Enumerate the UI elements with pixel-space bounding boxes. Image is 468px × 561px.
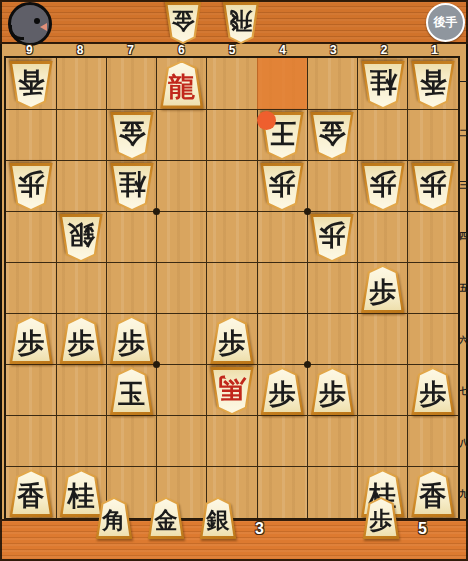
board-square-6七[interactable] xyxy=(157,365,207,416)
board-square-5八[interactable] xyxy=(207,416,257,467)
piece-glyph: 角 xyxy=(103,503,126,532)
gote-hand-bar: 金飛 後手 xyxy=(0,0,468,44)
last-move-origin-highlight xyxy=(257,58,307,109)
piece-歩-gote[interactable]: 歩 xyxy=(310,214,355,262)
promoted-piece-馬-gote[interactable]: 馬 xyxy=(210,367,255,415)
board-square-7四[interactable] xyxy=(106,211,156,262)
board-square-3三[interactable] xyxy=(307,160,357,211)
board-square-2四[interactable] xyxy=(358,211,408,262)
board-square-4四[interactable] xyxy=(257,211,307,262)
board-square-6四[interactable] xyxy=(157,211,207,262)
file-label-3: 3 xyxy=(318,43,348,57)
gote-player-badge: 後手 xyxy=(426,3,465,42)
gote-avatar[interactable] xyxy=(8,2,52,46)
piece-glyph: 歩 xyxy=(319,221,346,255)
piece-glyph: 桂 xyxy=(68,476,95,510)
rank-labels: 一二三四五六七八九 xyxy=(459,56,468,520)
board-square-1四[interactable] xyxy=(408,211,458,262)
piece-glyph: 桂 xyxy=(369,68,396,102)
piece-glyph: 香 xyxy=(419,476,446,510)
rank-label-五: 五 xyxy=(459,283,468,293)
piece-歩-sente[interactable]: 歩 xyxy=(59,316,104,364)
board-square-8二[interactable] xyxy=(56,109,106,160)
board-square-5五[interactable] xyxy=(207,262,257,313)
piece-glyph: 金 xyxy=(118,119,145,153)
file-label-9: 9 xyxy=(14,43,44,57)
board-square-9七[interactable] xyxy=(6,365,56,416)
board-square-6六[interactable] xyxy=(157,314,207,365)
file-label-2: 2 xyxy=(369,43,399,57)
rank-label-八: 八 xyxy=(459,438,468,448)
file-label-7: 7 xyxy=(116,43,146,57)
board-square-8三[interactable] xyxy=(56,160,106,211)
piece-glyph: 歩 xyxy=(369,272,396,306)
piece-glyph: 銀 xyxy=(68,221,95,255)
board-square-1八[interactable] xyxy=(408,416,458,467)
piece-glyph: 飛 xyxy=(230,9,253,38)
board-square-6三[interactable] xyxy=(157,160,207,211)
board-square-3八[interactable] xyxy=(307,416,357,467)
rank-label-九: 九 xyxy=(459,489,468,499)
hand-count-銀: 3 xyxy=(255,520,264,538)
piece-glyph: 歩 xyxy=(18,170,45,204)
file-label-5: 5 xyxy=(217,43,247,57)
piece-glyph: 香 xyxy=(419,68,446,102)
shogi-board: 香龍桂香金王金歩桂歩歩歩銀歩歩歩歩歩歩玉馬歩歩歩香桂桂香 xyxy=(4,56,460,520)
piece-歩-sente[interactable]: 歩 xyxy=(210,316,255,364)
board-square-5四[interactable] xyxy=(207,211,257,262)
gote-avatar-beak xyxy=(40,23,47,31)
piece-glyph: 金 xyxy=(155,503,178,532)
board-square-3五[interactable] xyxy=(307,262,357,313)
rank-label-二: 二 xyxy=(459,128,468,138)
piece-glyph: 歩 xyxy=(370,503,393,532)
board-square-9二[interactable] xyxy=(6,109,56,160)
file-labels: 987654321 xyxy=(4,43,460,57)
board-square-8八[interactable] xyxy=(56,416,106,467)
piece-歩-sente[interactable]: 歩 xyxy=(362,497,400,539)
piece-glyph: 銀 xyxy=(207,503,230,532)
piece-歩-sente[interactable]: 歩 xyxy=(109,316,154,364)
rank-label-一: 一 xyxy=(459,77,468,87)
piece-glyph: 玉 xyxy=(118,374,145,408)
piece-glyph: 龍 xyxy=(168,67,195,101)
piece-角-sente[interactable]: 角 xyxy=(95,497,133,539)
board-square-6二[interactable] xyxy=(157,109,207,160)
board-square-2二[interactable] xyxy=(358,109,408,160)
board-square-3一[interactable] xyxy=(307,58,357,109)
piece-歩-sente[interactable]: 歩 xyxy=(260,367,305,415)
piece-glyph: 金 xyxy=(319,119,346,153)
shogi-app: 金飛 後手 987654321 一二三四五六七八九 香龍桂香金王金歩桂歩歩歩銀歩… xyxy=(0,0,468,561)
piece-銀-gote[interactable]: 銀 xyxy=(59,214,104,262)
file-label-4: 4 xyxy=(268,43,298,57)
board-square-1六[interactable] xyxy=(408,314,458,365)
piece-香-gote[interactable]: 香 xyxy=(410,61,455,109)
rank-label-三: 三 xyxy=(459,180,468,190)
piece-glyph: 香 xyxy=(18,476,45,510)
board-square-5一[interactable] xyxy=(207,58,257,109)
piece-銀-sente[interactable]: 銀 xyxy=(199,497,237,539)
piece-glyph: 歩 xyxy=(18,323,45,357)
piece-歩-sente[interactable]: 歩 xyxy=(310,367,355,415)
piece-歩-sente[interactable]: 歩 xyxy=(360,265,405,313)
piece-glyph: 歩 xyxy=(219,323,246,357)
board-square-2七[interactable] xyxy=(358,365,408,416)
piece-glyph: 歩 xyxy=(68,323,95,357)
file-label-8: 8 xyxy=(65,43,95,57)
piece-glyph: 歩 xyxy=(269,374,296,408)
piece-glyph: 歩 xyxy=(419,374,446,408)
board-square-4六[interactable] xyxy=(257,314,307,365)
board-square-5三[interactable] xyxy=(207,160,257,211)
piece-glyph: 歩 xyxy=(118,323,145,357)
piece-歩-gote[interactable]: 歩 xyxy=(360,163,405,211)
piece-玉-sente[interactable]: 玉 xyxy=(109,367,154,415)
board-square-7一[interactable] xyxy=(106,58,156,109)
promoted-piece-龍-sente[interactable]: 龍 xyxy=(159,61,204,109)
file-label-6: 6 xyxy=(166,43,196,57)
piece-glyph: 香 xyxy=(18,68,45,102)
piece-歩-gote[interactable]: 歩 xyxy=(260,163,305,211)
board-square-3六[interactable] xyxy=(307,314,357,365)
piece-金-gote[interactable]: 金 xyxy=(109,112,154,160)
piece-金-gote[interactable]: 金 xyxy=(164,2,202,44)
sente-hand-bar: 角金銀3歩5 先手 xyxy=(0,519,468,561)
rank-label-七: 七 xyxy=(459,386,468,396)
board-square-4五[interactable] xyxy=(257,262,307,313)
piece-歩-sente[interactable]: 歩 xyxy=(410,367,455,415)
board-square-7八[interactable] xyxy=(106,416,156,467)
rank-label-六: 六 xyxy=(459,335,468,345)
board-square-2六[interactable] xyxy=(358,314,408,365)
piece-飛-gote[interactable]: 飛 xyxy=(222,2,260,44)
board-square-1五[interactable] xyxy=(408,262,458,313)
hand-count-歩: 5 xyxy=(418,520,427,538)
piece-歩-gote[interactable]: 歩 xyxy=(410,163,455,211)
piece-香-sente[interactable]: 香 xyxy=(9,469,54,517)
rank-label-四: 四 xyxy=(459,231,468,241)
board-square-5二[interactable] xyxy=(207,109,257,160)
board-square-6八[interactable] xyxy=(157,416,207,467)
piece-glyph: 桂 xyxy=(118,170,145,204)
board-square-2八[interactable] xyxy=(358,416,408,467)
board-square-9四[interactable] xyxy=(6,211,56,262)
board-square-8五[interactable] xyxy=(56,262,106,313)
piece-金-gote[interactable]: 金 xyxy=(310,112,355,160)
piece-桂-gote[interactable]: 桂 xyxy=(360,61,405,109)
board-square-6五[interactable] xyxy=(157,262,207,313)
piece-桂-gote[interactable]: 桂 xyxy=(109,163,154,211)
piece-glyph: 金 xyxy=(172,9,195,38)
board-square-4九[interactable] xyxy=(257,467,307,518)
board-square-7五[interactable] xyxy=(106,262,156,313)
piece-歩-gote[interactable]: 歩 xyxy=(9,163,54,211)
board-square-4八[interactable] xyxy=(257,416,307,467)
board-square-1二[interactable] xyxy=(408,109,458,160)
piece-glyph: 歩 xyxy=(419,170,446,204)
gote-avatar-wing xyxy=(9,25,24,40)
board-square-3九[interactable] xyxy=(307,467,357,518)
board-square-9八[interactable] xyxy=(6,416,56,467)
file-label-1: 1 xyxy=(420,43,450,57)
piece-glyph: 歩 xyxy=(369,170,396,204)
piece-金-sente[interactable]: 金 xyxy=(147,497,185,539)
piece-glyph: 歩 xyxy=(319,374,346,408)
piece-歩-sente[interactable]: 歩 xyxy=(9,316,54,364)
piece-glyph: 馬 xyxy=(219,375,246,409)
board-square-8七[interactable] xyxy=(56,365,106,416)
board-square-8一[interactable] xyxy=(56,58,106,109)
piece-glyph: 歩 xyxy=(269,170,296,204)
piece-香-sente[interactable]: 香 xyxy=(410,469,455,517)
board-square-9五[interactable] xyxy=(6,262,56,313)
piece-香-gote[interactable]: 香 xyxy=(9,61,54,109)
